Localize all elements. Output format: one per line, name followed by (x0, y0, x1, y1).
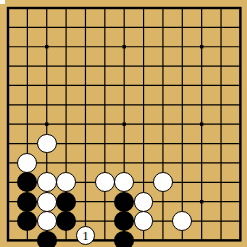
move-stone-1[interactable]: 1 (76, 226, 96, 246)
move-number-label: 1 (82, 228, 89, 241)
white-stone[interactable] (56, 172, 76, 192)
white-stone[interactable] (172, 211, 192, 231)
black-stone[interactable] (17, 172, 37, 192)
white-stone[interactable] (95, 172, 115, 192)
go-board-screenshot: 1 (0, 0, 247, 247)
black-stone[interactable] (114, 211, 134, 231)
white-stone[interactable] (134, 211, 154, 231)
black-stone[interactable] (17, 211, 37, 231)
black-stone[interactable] (17, 192, 37, 212)
go-board[interactable]: 1 (0, 0, 247, 247)
white-stone[interactable] (37, 172, 57, 192)
white-stone[interactable] (114, 172, 134, 192)
white-stone[interactable] (37, 211, 57, 231)
black-stone[interactable] (114, 231, 134, 247)
black-stone[interactable] (114, 192, 134, 212)
white-stone[interactable] (17, 153, 37, 173)
corner-artifact (0, 0, 5, 4)
white-stone[interactable] (153, 172, 173, 192)
black-stone[interactable] (56, 192, 76, 212)
white-stone[interactable] (37, 192, 57, 212)
white-stone[interactable] (37, 134, 57, 154)
black-stone[interactable] (56, 211, 76, 231)
black-stone[interactable] (37, 231, 57, 247)
white-stone[interactable] (134, 192, 154, 212)
